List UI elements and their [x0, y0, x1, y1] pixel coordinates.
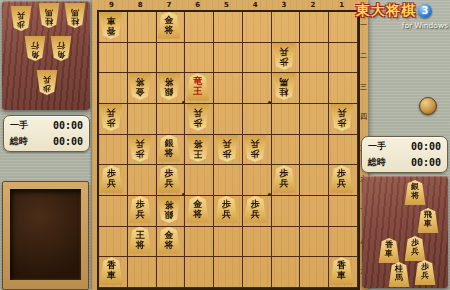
piece-kanji: 兵	[164, 179, 173, 188]
piece-kanji: 歩	[164, 169, 173, 178]
piece-kanji: 歩	[193, 118, 202, 127]
piece-kanji: 兵	[107, 108, 116, 117]
piece-kanji: 将	[164, 77, 173, 86]
board-square[interactable]	[243, 165, 272, 196]
piece-kanji: 将	[193, 139, 202, 148]
piece-kanji: 歩	[411, 239, 419, 247]
shogi-piece-角行[interactable]: 角行	[24, 36, 46, 61]
piece-kanji: 車	[107, 16, 116, 25]
piece-kanji: 歩	[222, 149, 231, 158]
piece-kanji: 将	[164, 200, 173, 209]
piece-kanji: 行	[57, 41, 65, 49]
file-label: 5	[217, 1, 237, 9]
board-square[interactable]	[185, 227, 214, 258]
piece-kanji: 将	[193, 210, 202, 219]
shogi-piece-桂馬[interactable]: 桂馬	[64, 3, 86, 28]
board-square[interactable]	[300, 227, 329, 258]
piece-kanji: 銀	[411, 183, 419, 191]
piece-kanji: 将	[136, 241, 145, 250]
piece-kanji: 将	[411, 192, 419, 200]
board-square[interactable]	[214, 227, 243, 258]
gote-clock-panel: 一手 00:00 総時 00:00	[3, 115, 90, 152]
piece-kanji: 兵	[107, 179, 116, 188]
board-square[interactable]	[272, 227, 301, 258]
board-square[interactable]	[300, 165, 329, 196]
piece-kanji: 兵	[43, 75, 51, 83]
board-square[interactable]	[185, 12, 214, 43]
piece-kanji: 兵	[222, 139, 231, 148]
shogi-piece-香車[interactable]: 香車	[378, 238, 400, 263]
hoshi-dot	[182, 193, 185, 196]
board-square[interactable]	[300, 135, 329, 166]
board-square[interactable]	[243, 43, 272, 74]
board-square[interactable]	[243, 12, 272, 43]
piece-kanji: 行	[31, 41, 39, 49]
piece-kanji: 歩	[17, 20, 25, 28]
board-square[interactable]	[99, 227, 128, 258]
sente-captured-tray: 銀将飛車香車歩兵桂馬歩兵	[362, 176, 448, 288]
board-square[interactable]	[128, 257, 157, 288]
piece-kanji: 兵	[421, 272, 429, 280]
shogi-piece-歩兵[interactable]: 歩兵	[414, 260, 436, 285]
piece-kanji: 香	[337, 261, 346, 270]
total-time-row: 総時 00:00	[368, 156, 441, 169]
piece-kanji: 歩	[421, 263, 429, 271]
piece-kanji: 金	[164, 16, 173, 25]
piece-kanji: 兵	[337, 179, 346, 188]
board-square[interactable]	[329, 73, 358, 104]
file-label: 3	[274, 1, 294, 9]
piece-kanji: 兵	[136, 139, 145, 148]
empty-piece-box	[2, 181, 89, 290]
piece-kanji: 兵	[251, 139, 260, 148]
total-time-value: 00:00	[53, 136, 83, 147]
board-square[interactable]	[329, 227, 358, 258]
piece-kanji: 兵	[17, 11, 25, 19]
piece-kanji: 香	[385, 241, 393, 249]
piece-kanji: 歩	[280, 57, 289, 66]
piece-kanji: 兵	[280, 179, 289, 188]
file-label: 7	[159, 1, 179, 9]
piece-kanji: 兵	[280, 47, 289, 56]
piece-kanji: 香	[107, 26, 116, 35]
board-square[interactable]	[300, 43, 329, 74]
piece-kanji: 歩	[280, 169, 289, 178]
board-square[interactable]	[300, 257, 329, 288]
piece-kanji: 歩	[251, 200, 260, 209]
board-square[interactable]	[300, 104, 329, 135]
move-time-label: 一手	[10, 119, 28, 132]
board-square[interactable]	[157, 43, 186, 74]
piece-kanji: 車	[337, 271, 346, 280]
piece-kanji: 金	[193, 200, 202, 209]
piece-kanji: 桂	[280, 87, 289, 96]
logo-version-badge: 3	[418, 4, 432, 18]
wooden-knob-button[interactable]	[419, 97, 437, 115]
total-time-label: 総時	[10, 135, 28, 148]
shogi-piece-桂馬[interactable]: 桂馬	[38, 3, 60, 28]
piece-kanji: 兵	[337, 108, 346, 117]
board-square[interactable]	[272, 135, 301, 166]
app-logo: 東大将棋 3 for Windows	[356, 2, 448, 32]
shogi-piece-角行[interactable]: 角行	[50, 36, 72, 61]
piece-kanji: 銀	[164, 87, 173, 96]
move-time-label: 一手	[368, 140, 386, 153]
board-square[interactable]	[243, 73, 272, 104]
file-label: 8	[130, 1, 150, 9]
shogi-piece-銀将[interactable]: 銀将	[404, 180, 426, 205]
piece-kanji: 銀	[164, 210, 173, 219]
rank-label: 四	[359, 112, 368, 122]
board-square[interactable]	[128, 43, 157, 74]
move-time-row: 一手 00:00	[368, 140, 441, 153]
board-square[interactable]	[99, 196, 128, 227]
piece-kanji: 歩	[222, 200, 231, 209]
board-square[interactable]	[329, 135, 358, 166]
piece-kanji: 桂	[395, 265, 403, 273]
board-square[interactable]	[272, 104, 301, 135]
piece-kanji: 馬	[395, 274, 403, 282]
piece-kanji: 車	[385, 250, 393, 258]
piece-kanji: 歩	[337, 118, 346, 127]
piece-kanji: 車	[107, 271, 116, 280]
rank-label: 二	[359, 51, 368, 61]
board-square[interactable]	[99, 135, 128, 166]
board-square[interactable]	[99, 73, 128, 104]
piece-kanji: 歩	[251, 149, 260, 158]
piece-kanji: 兵	[136, 210, 145, 219]
logo-row: 東大将棋 3	[356, 2, 448, 20]
board-square[interactable]	[214, 257, 243, 288]
piece-kanji: 香	[107, 261, 116, 270]
piece-kanji: 馬	[45, 8, 53, 16]
piece-kanji: 将	[164, 149, 173, 158]
piece-kanji: 歩	[43, 84, 51, 92]
board-square[interactable]	[272, 196, 301, 227]
piece-kanji: 兵	[411, 248, 419, 256]
file-label: 4	[245, 1, 265, 9]
board-square[interactable]	[329, 43, 358, 74]
piece-kanji: 桂	[45, 17, 53, 25]
shogi-piece-歩兵[interactable]: 歩兵	[404, 236, 426, 261]
piece-kanji: 兵	[251, 210, 260, 219]
board-square[interactable]	[128, 104, 157, 135]
piece-kanji: 角	[31, 50, 39, 58]
hoshi-dot	[182, 101, 185, 104]
piece-kanji: 歩	[136, 200, 145, 209]
board-square[interactable]	[300, 12, 329, 43]
piece-kanji: 馬	[71, 8, 79, 16]
piece-kanji: 金	[136, 87, 145, 96]
total-time-row: 総時 00:00	[10, 135, 83, 148]
piece-kanji: 将	[164, 26, 173, 35]
file-label: 9	[101, 1, 121, 9]
board-square[interactable]	[243, 227, 272, 258]
piece-kanji: 将	[136, 77, 145, 86]
piece-kanji: 王	[193, 149, 202, 158]
piece-box-interior	[10, 189, 81, 280]
piece-kanji: 飛	[424, 211, 432, 219]
move-time-row: 一手 00:00	[10, 119, 83, 132]
piece-kanji: 将	[164, 241, 173, 250]
board-square[interactable]	[272, 12, 301, 43]
board-square[interactable]	[99, 43, 128, 74]
shogi-piece-桂馬[interactable]: 桂馬	[388, 262, 410, 287]
piece-kanji: 馬	[280, 77, 289, 86]
piece-kanji: 角	[57, 50, 65, 58]
shogi-piece-歩兵[interactable]: 歩兵	[10, 6, 32, 31]
file-label: 6	[188, 1, 208, 9]
piece-kanji: 金	[164, 231, 173, 240]
board-square[interactable]	[272, 257, 301, 288]
move-time-value: 00:00	[53, 120, 83, 131]
board-square[interactable]	[300, 196, 329, 227]
piece-kanji: 歩	[136, 149, 145, 158]
shogi-piece-飛車[interactable]: 飛車	[417, 208, 439, 233]
piece-kanji: 歩	[337, 169, 346, 178]
board-square[interactable]	[300, 73, 329, 104]
total-time-value: 00:00	[411, 157, 441, 168]
piece-kanji: 歩	[107, 169, 116, 178]
logo-subtitle: for Windows	[356, 21, 448, 30]
total-time-label: 総時	[368, 156, 386, 169]
board-square[interactable]	[214, 12, 243, 43]
sente-clock-panel: 一手 00:00 総時 00:00	[361, 136, 448, 173]
board-square[interactable]	[214, 43, 243, 74]
piece-kanji: 桂	[71, 17, 79, 25]
board-square[interactable]	[157, 257, 186, 288]
hoshi-dot	[268, 101, 271, 104]
board-square[interactable]	[185, 257, 214, 288]
piece-kanji: 車	[424, 220, 432, 228]
hoshi-dot	[268, 193, 271, 196]
shogi-piece-歩兵[interactable]: 歩兵	[36, 70, 58, 95]
board-square[interactable]	[329, 196, 358, 227]
board-square[interactable]	[157, 104, 186, 135]
board-square[interactable]	[128, 165, 157, 196]
piece-kanji: 王	[193, 87, 202, 96]
piece-kanji: 竜	[193, 77, 202, 86]
piece-kanji: 銀	[164, 139, 173, 148]
file-label: 1	[332, 1, 352, 9]
board-square[interactable]	[128, 12, 157, 43]
board-square[interactable]	[214, 104, 243, 135]
piece-kanji: 兵	[193, 108, 202, 117]
board-square[interactable]	[243, 257, 272, 288]
piece-kanji: 兵	[222, 210, 231, 219]
board-square[interactable]	[329, 12, 358, 43]
piece-kanji: 歩	[107, 118, 116, 127]
gote-captured-tray: 歩兵桂馬桂馬角行角行歩兵	[2, 1, 90, 110]
rank-label: 三	[359, 82, 368, 92]
board-square[interactable]	[214, 73, 243, 104]
board-square[interactable]	[185, 165, 214, 196]
board-square[interactable]	[185, 43, 214, 74]
move-time-value: 00:00	[411, 141, 441, 152]
board-square[interactable]	[243, 104, 272, 135]
logo-title: 東大将棋	[356, 2, 416, 20]
piece-kanji: 王	[136, 231, 145, 240]
app-window: 歩兵桂馬桂馬角行角行歩兵 一手 00:00 総時 00:00 987654321…	[0, 0, 450, 290]
board-square[interactable]	[214, 165, 243, 196]
file-label: 2	[303, 1, 323, 9]
